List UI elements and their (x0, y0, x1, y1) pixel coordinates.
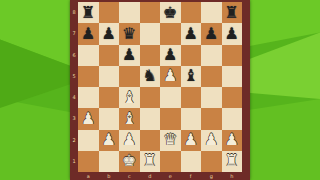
square-e5[interactable]: ♟ (160, 66, 181, 87)
piece-black-pawn[interactable]: ♟ (102, 25, 116, 41)
file-label: a (78, 174, 99, 179)
square-b1[interactable] (99, 151, 120, 172)
square-c2[interactable]: ♟ (119, 130, 140, 151)
square-e8[interactable]: ♚ (160, 2, 181, 23)
square-c6[interactable]: ♟ (119, 45, 140, 66)
square-e4[interactable] (160, 87, 181, 108)
square-h5[interactable] (222, 66, 243, 87)
piece-black-pawn[interactable]: ♟ (225, 25, 239, 41)
square-b5[interactable] (99, 66, 120, 87)
piece-white-pawn[interactable]: ♟ (204, 132, 218, 148)
square-g1[interactable] (201, 151, 222, 172)
square-h7[interactable]: ♟ (222, 23, 243, 44)
piece-black-rook[interactable]: ♜ (81, 4, 95, 20)
piece-black-king[interactable]: ♚ (163, 4, 177, 20)
rank-label: 1 (70, 151, 78, 172)
rank-label: 8 (70, 2, 78, 23)
piece-white-pawn[interactable]: ♟ (122, 132, 136, 148)
square-g2[interactable]: ♟ (201, 130, 222, 151)
square-c3[interactable]: ♝ (119, 108, 140, 129)
rank-label: 2 (70, 130, 78, 151)
square-a3[interactable]: ♟ (78, 108, 99, 129)
piece-white-king[interactable]: ♚ (122, 153, 136, 169)
square-f4[interactable] (181, 87, 202, 108)
piece-white-rook[interactable]: ♜ (143, 153, 157, 169)
piece-black-pawn[interactable]: ♟ (81, 25, 95, 41)
square-f1[interactable] (181, 151, 202, 172)
square-b7[interactable]: ♟ (99, 23, 120, 44)
rank-label: 4 (70, 87, 78, 108)
square-f5[interactable]: ♝ (181, 66, 202, 87)
file-labels: abcdefgh (78, 172, 242, 180)
chess-board-frame: 87654321 ♜♚♜♟♟♛♟♟♟♟♟♞♟♝♝♟♝♟♟♛♟♟♟♚♜♜ abcd… (70, 0, 250, 180)
square-d5[interactable]: ♞ (140, 66, 161, 87)
piece-white-bishop[interactable]: ♝ (122, 110, 136, 126)
piece-black-queen[interactable]: ♛ (122, 25, 136, 41)
piece-black-pawn[interactable]: ♟ (184, 25, 198, 41)
piece-white-pawn[interactable]: ♟ (163, 68, 177, 84)
square-f3[interactable] (181, 108, 202, 129)
piece-black-rook[interactable]: ♜ (225, 4, 239, 20)
square-b3[interactable] (99, 108, 120, 129)
piece-black-pawn[interactable]: ♟ (163, 47, 177, 63)
square-c1[interactable]: ♚ (119, 151, 140, 172)
square-e7[interactable] (160, 23, 181, 44)
square-h3[interactable] (222, 108, 243, 129)
square-g4[interactable] (201, 87, 222, 108)
square-b4[interactable] (99, 87, 120, 108)
square-c4[interactable]: ♝ (119, 87, 140, 108)
piece-white-pawn[interactable]: ♟ (102, 132, 116, 148)
square-g7[interactable]: ♟ (201, 23, 222, 44)
file-label: b (99, 174, 120, 179)
square-d8[interactable] (140, 2, 161, 23)
piece-white-bishop[interactable]: ♝ (122, 89, 136, 105)
rank-label: 7 (70, 23, 78, 44)
file-label: c (119, 174, 140, 179)
square-a8[interactable]: ♜ (78, 2, 99, 23)
square-f6[interactable] (181, 45, 202, 66)
piece-white-pawn[interactable]: ♟ (225, 132, 239, 148)
square-a5[interactable] (78, 66, 99, 87)
square-h2[interactable]: ♟ (222, 130, 243, 151)
square-c8[interactable] (119, 2, 140, 23)
file-label: d (140, 174, 161, 179)
square-f8[interactable] (181, 2, 202, 23)
square-f2[interactable]: ♟ (181, 130, 202, 151)
square-h4[interactable] (222, 87, 243, 108)
rank-label: 6 (70, 45, 78, 66)
square-d3[interactable] (140, 108, 161, 129)
square-d4[interactable] (140, 87, 161, 108)
square-d1[interactable]: ♜ (140, 151, 161, 172)
file-label: h (222, 174, 243, 179)
square-d2[interactable] (140, 130, 161, 151)
background: 87654321 ♜♚♜♟♟♛♟♟♟♟♟♞♟♝♝♟♝♟♟♛♟♟♟♚♜♜ abcd… (0, 0, 320, 180)
square-a4[interactable] (78, 87, 99, 108)
file-label: f (181, 174, 202, 179)
square-h8[interactable]: ♜ (222, 2, 243, 23)
piece-white-pawn[interactable]: ♟ (81, 110, 95, 126)
square-f7[interactable]: ♟ (181, 23, 202, 44)
square-b8[interactable] (99, 2, 120, 23)
square-a6[interactable] (78, 45, 99, 66)
square-g6[interactable] (201, 45, 222, 66)
square-e1[interactable] (160, 151, 181, 172)
file-label: e (160, 174, 181, 179)
piece-white-pawn[interactable]: ♟ (184, 132, 198, 148)
piece-black-knight[interactable]: ♞ (143, 68, 157, 84)
piece-black-bishop[interactable]: ♝ (184, 68, 198, 84)
square-b6[interactable] (99, 45, 120, 66)
file-label: g (201, 174, 222, 179)
rank-label: 3 (70, 108, 78, 129)
square-a2[interactable] (78, 130, 99, 151)
square-b2[interactable]: ♟ (99, 130, 120, 151)
square-h1[interactable]: ♜ (222, 151, 243, 172)
square-g8[interactable] (201, 2, 222, 23)
square-d7[interactable] (140, 23, 161, 44)
rank-labels: 87654321 (70, 2, 78, 172)
rank-label: 5 (70, 66, 78, 87)
piece-white-queen[interactable]: ♛ (163, 132, 177, 148)
chess-board: ♜♚♜♟♟♛♟♟♟♟♟♞♟♝♝♟♝♟♟♛♟♟♟♚♜♜ (78, 2, 242, 172)
piece-white-rook[interactable]: ♜ (225, 153, 239, 169)
square-e3[interactable] (160, 108, 181, 129)
square-e6[interactable]: ♟ (160, 45, 181, 66)
piece-black-pawn[interactable]: ♟ (204, 25, 218, 41)
square-g5[interactable] (201, 66, 222, 87)
square-d6[interactable] (140, 45, 161, 66)
piece-black-pawn[interactable]: ♟ (122, 47, 136, 63)
square-a7[interactable]: ♟ (78, 23, 99, 44)
square-h6[interactable] (222, 45, 243, 66)
square-e2[interactable]: ♛ (160, 130, 181, 151)
square-c5[interactable] (119, 66, 140, 87)
square-c7[interactable]: ♛ (119, 23, 140, 44)
square-a1[interactable] (78, 151, 99, 172)
square-g3[interactable] (201, 108, 222, 129)
